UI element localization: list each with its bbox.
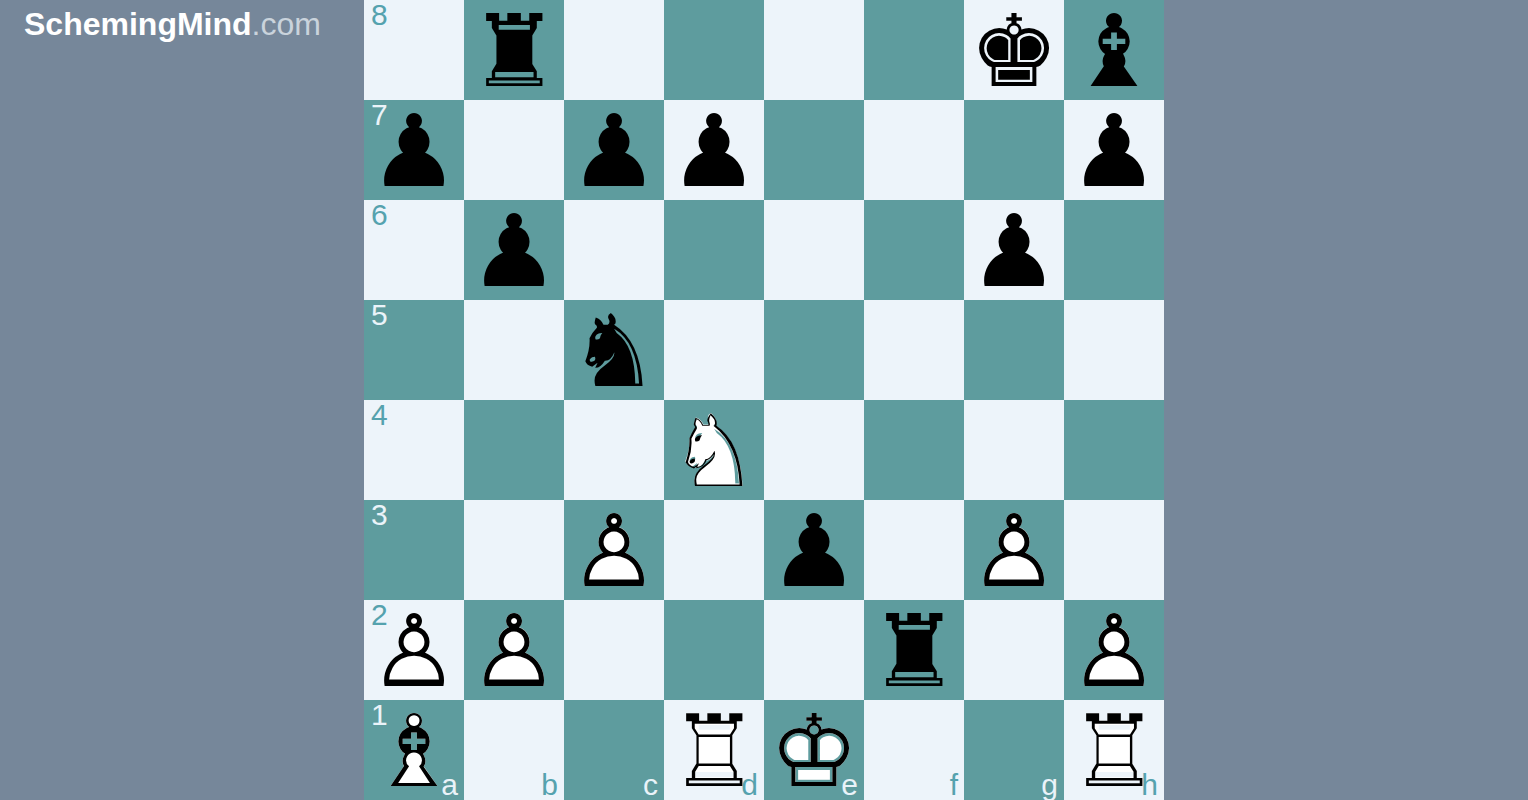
square-c7[interactable]: ♟︎	[564, 100, 664, 200]
square-d6[interactable]	[664, 200, 764, 300]
square-e8[interactable]	[764, 0, 864, 100]
square-c5[interactable]: ♞︎	[564, 300, 664, 400]
square-d1[interactable]: d♜︎♖︎	[664, 700, 764, 800]
black-piece-layer: ♟︎	[964, 200, 1064, 300]
square-c8[interactable]	[564, 0, 664, 100]
rank-label-8: 8	[371, 0, 388, 33]
square-d4[interactable]: ♞︎♘︎	[664, 400, 764, 500]
black-knight-icon[interactable]: ♞︎	[564, 300, 664, 400]
black-piece-layer: ♟︎	[764, 500, 864, 600]
black-king-icon[interactable]: ♚︎	[964, 0, 1064, 100]
square-h8[interactable]: ♝︎	[1064, 0, 1164, 100]
white-pawn-icon[interactable]: ♟︎♙︎	[1064, 600, 1164, 700]
rank-label-3: 3	[371, 498, 388, 533]
black-pawn-icon[interactable]: ♟︎	[464, 200, 564, 300]
black-piece-layer: ♟︎	[664, 100, 764, 200]
rank-label-6: 6	[371, 198, 388, 233]
file-label-g: g	[1041, 769, 1058, 800]
square-d2[interactable]	[664, 600, 764, 700]
square-e4[interactable]	[764, 400, 864, 500]
file-label-b: b	[541, 769, 558, 800]
white-piece-outline-layer: ♖︎	[664, 700, 764, 800]
square-h5[interactable]	[1064, 300, 1164, 400]
square-g6[interactable]: ♟︎	[964, 200, 1064, 300]
site-logo-name: SchemingMind	[24, 6, 252, 42]
square-e6[interactable]	[764, 200, 864, 300]
square-h4[interactable]	[1064, 400, 1164, 500]
square-f8[interactable]	[864, 0, 964, 100]
square-g4[interactable]	[964, 400, 1064, 500]
white-knight-icon[interactable]: ♞︎♘︎	[664, 400, 764, 500]
white-piece-outline-layer: ♔︎	[764, 700, 864, 800]
white-piece-outline-layer: ♙︎	[364, 600, 464, 700]
black-piece-layer: ♟︎	[464, 200, 564, 300]
square-b8[interactable]: ♜︎	[464, 0, 564, 100]
white-pawn-icon[interactable]: ♟︎♙︎	[364, 600, 464, 700]
square-h6[interactable]	[1064, 200, 1164, 300]
black-piece-layer: ♝︎	[1064, 0, 1164, 100]
square-b6[interactable]: ♟︎	[464, 200, 564, 300]
square-g3[interactable]: ♟︎♙︎	[964, 500, 1064, 600]
black-pawn-icon[interactable]: ♟︎	[564, 100, 664, 200]
black-piece-layer: ♜︎	[864, 600, 964, 700]
black-piece-layer: ♞︎	[564, 300, 664, 400]
square-c6[interactable]	[564, 200, 664, 300]
square-e5[interactable]	[764, 300, 864, 400]
site-logo-suffix: .com	[252, 6, 321, 42]
square-f3[interactable]	[864, 500, 964, 600]
rank-label-4: 4	[371, 398, 388, 433]
white-pawn-icon[interactable]: ♟︎♙︎	[564, 500, 664, 600]
black-piece-layer: ♜︎	[464, 0, 564, 100]
square-g7[interactable]	[964, 100, 1064, 200]
square-f6[interactable]	[864, 200, 964, 300]
square-a8[interactable]: 8	[364, 0, 464, 100]
square-c3[interactable]: ♟︎♙︎	[564, 500, 664, 600]
square-d3[interactable]	[664, 500, 764, 600]
square-b4[interactable]	[464, 400, 564, 500]
square-f4[interactable]	[864, 400, 964, 500]
black-rook-icon[interactable]: ♜︎	[464, 0, 564, 100]
square-h2[interactable]: ♟︎♙︎	[1064, 600, 1164, 700]
square-g1[interactable]: g	[964, 700, 1064, 800]
square-g2[interactable]	[964, 600, 1064, 700]
white-piece-outline-layer: ♙︎	[964, 500, 1064, 600]
square-e7[interactable]	[764, 100, 864, 200]
white-king-icon[interactable]: ♚︎♔︎	[764, 700, 864, 800]
chess-board: 8♜︎♚︎♝︎7♟︎♟︎♟︎♟︎6♟︎♟︎5♞︎4♞︎♘︎3♟︎♙︎♟︎♟︎♙︎…	[364, 0, 1164, 800]
black-pawn-icon[interactable]: ♟︎	[764, 500, 864, 600]
square-a2[interactable]: 2♟︎♙︎	[364, 600, 464, 700]
square-f1[interactable]: f	[864, 700, 964, 800]
black-piece-layer: ♟︎	[564, 100, 664, 200]
file-label-c: c	[643, 769, 658, 800]
black-piece-layer: ♚︎	[964, 0, 1064, 100]
square-b1[interactable]: b	[464, 700, 564, 800]
site-logo[interactable]: SchemingMind.com	[24, 6, 321, 43]
white-pawn-icon[interactable]: ♟︎♙︎	[464, 600, 564, 700]
square-a3[interactable]: 3	[364, 500, 464, 600]
square-e3[interactable]: ♟︎	[764, 500, 864, 600]
square-c4[interactable]	[564, 400, 664, 500]
black-piece-layer: ♟︎	[364, 100, 464, 200]
page: SchemingMind.com 8♜︎♚︎♝︎7♟︎♟︎♟︎♟︎6♟︎♟︎5♞…	[0, 0, 1528, 800]
square-b5[interactable]	[464, 300, 564, 400]
white-piece-outline-layer: ♙︎	[564, 500, 664, 600]
square-a4[interactable]: 4	[364, 400, 464, 500]
black-piece-layer: ♟︎	[1064, 100, 1164, 200]
white-piece-outline-layer: ♗︎	[364, 700, 464, 800]
square-c1[interactable]: c	[564, 700, 664, 800]
square-c2[interactable]	[564, 600, 664, 700]
square-f2[interactable]: ♜︎	[864, 600, 964, 700]
black-pawn-icon[interactable]: ♟︎	[1064, 100, 1164, 200]
square-d5[interactable]	[664, 300, 764, 400]
square-a1[interactable]: 1a♝︎♗︎	[364, 700, 464, 800]
square-b2[interactable]: ♟︎♙︎	[464, 600, 564, 700]
file-label-f: f	[950, 769, 958, 800]
square-b7[interactable]	[464, 100, 564, 200]
square-e1[interactable]: e♚︎♔︎	[764, 700, 864, 800]
white-piece-outline-layer: ♖︎	[1064, 700, 1164, 800]
square-h1[interactable]: h♜︎♖︎	[1064, 700, 1164, 800]
black-pawn-icon[interactable]: ♟︎	[364, 100, 464, 200]
rank-label-5: 5	[371, 298, 388, 333]
white-piece-outline-layer: ♘︎	[664, 400, 764, 500]
square-g8[interactable]: ♚︎	[964, 0, 1064, 100]
square-e2[interactable]	[764, 600, 864, 700]
black-pawn-icon[interactable]: ♟︎	[664, 100, 764, 200]
white-piece-outline-layer: ♙︎	[464, 600, 564, 700]
white-rook-icon[interactable]: ♜︎♖︎	[1064, 700, 1164, 800]
black-rook-icon[interactable]: ♜︎	[864, 600, 964, 700]
black-pawn-icon[interactable]: ♟︎	[964, 200, 1064, 300]
white-rook-icon[interactable]: ♜︎♖︎	[664, 700, 764, 800]
square-g5[interactable]	[964, 300, 1064, 400]
square-d7[interactable]: ♟︎	[664, 100, 764, 200]
white-bishop-icon[interactable]: ♝︎♗︎	[364, 700, 464, 800]
square-a7[interactable]: 7♟︎	[364, 100, 464, 200]
black-bishop-icon[interactable]: ♝︎	[1064, 0, 1164, 100]
square-h7[interactable]: ♟︎	[1064, 100, 1164, 200]
white-piece-outline-layer: ♙︎	[1064, 600, 1164, 700]
square-a5[interactable]: 5	[364, 300, 464, 400]
square-f7[interactable]	[864, 100, 964, 200]
square-a6[interactable]: 6	[364, 200, 464, 300]
square-b3[interactable]	[464, 500, 564, 600]
square-f5[interactable]	[864, 300, 964, 400]
square-h3[interactable]	[1064, 500, 1164, 600]
white-pawn-icon[interactable]: ♟︎♙︎	[964, 500, 1064, 600]
square-d8[interactable]	[664, 0, 764, 100]
